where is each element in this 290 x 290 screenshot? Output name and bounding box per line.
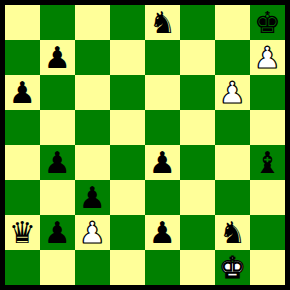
square-a5[interactable] xyxy=(5,110,40,145)
square-c4[interactable] xyxy=(75,145,110,180)
square-a4[interactable] xyxy=(5,145,40,180)
square-h3[interactable] xyxy=(250,180,285,215)
square-b4[interactable]: ♟ xyxy=(40,145,75,180)
square-b3[interactable] xyxy=(40,180,75,215)
chess-board: ♞♚♟♟♟♟♟♟♝♟♛♟♟♟♞♚ xyxy=(5,5,285,285)
black-pawn-piece: ♟ xyxy=(44,215,71,250)
square-e1[interactable] xyxy=(145,250,180,285)
square-g4[interactable] xyxy=(215,145,250,180)
square-g2[interactable]: ♞ xyxy=(215,215,250,250)
square-e6[interactable] xyxy=(145,75,180,110)
black-knight-piece: ♞ xyxy=(219,215,246,250)
black-bishop-piece: ♝ xyxy=(254,145,281,180)
square-e3[interactable] xyxy=(145,180,180,215)
square-h6[interactable] xyxy=(250,75,285,110)
square-a3[interactable] xyxy=(5,180,40,215)
square-e5[interactable] xyxy=(145,110,180,145)
square-f8[interactable] xyxy=(180,5,215,40)
square-c1[interactable] xyxy=(75,250,110,285)
square-d3[interactable] xyxy=(110,180,145,215)
white-pawn-piece: ♟ xyxy=(79,215,106,250)
square-e4[interactable]: ♟ xyxy=(145,145,180,180)
square-g3[interactable] xyxy=(215,180,250,215)
square-c3[interactable]: ♟ xyxy=(75,180,110,215)
black-pawn-piece: ♟ xyxy=(149,215,176,250)
square-a6[interactable]: ♟ xyxy=(5,75,40,110)
square-a1[interactable] xyxy=(5,250,40,285)
square-a8[interactable] xyxy=(5,5,40,40)
square-f1[interactable] xyxy=(180,250,215,285)
square-b2[interactable]: ♟ xyxy=(40,215,75,250)
square-c6[interactable] xyxy=(75,75,110,110)
square-a7[interactable] xyxy=(5,40,40,75)
square-c2[interactable]: ♟ xyxy=(75,215,110,250)
square-b6[interactable] xyxy=(40,75,75,110)
square-d6[interactable] xyxy=(110,75,145,110)
square-h8[interactable]: ♚ xyxy=(250,5,285,40)
square-e8[interactable]: ♞ xyxy=(145,5,180,40)
square-d7[interactable] xyxy=(110,40,145,75)
square-d1[interactable] xyxy=(110,250,145,285)
square-d5[interactable] xyxy=(110,110,145,145)
square-d2[interactable] xyxy=(110,215,145,250)
square-f7[interactable] xyxy=(180,40,215,75)
square-f2[interactable] xyxy=(180,215,215,250)
square-f3[interactable] xyxy=(180,180,215,215)
black-king-piece: ♚ xyxy=(254,5,281,40)
black-pawn-piece: ♟ xyxy=(149,145,176,180)
black-pawn-piece: ♟ xyxy=(44,145,71,180)
square-h4[interactable]: ♝ xyxy=(250,145,285,180)
square-c5[interactable] xyxy=(75,110,110,145)
square-e2[interactable]: ♟ xyxy=(145,215,180,250)
square-g5[interactable] xyxy=(215,110,250,145)
black-pawn-piece: ♟ xyxy=(44,40,71,75)
square-f4[interactable] xyxy=(180,145,215,180)
square-c8[interactable] xyxy=(75,5,110,40)
white-pawn-piece: ♟ xyxy=(219,75,246,110)
square-h5[interactable] xyxy=(250,110,285,145)
square-g7[interactable] xyxy=(215,40,250,75)
square-g6[interactable]: ♟ xyxy=(215,75,250,110)
square-c7[interactable] xyxy=(75,40,110,75)
white-king-piece: ♚ xyxy=(219,250,246,285)
black-queen-piece: ♛ xyxy=(9,215,36,250)
black-knight-piece: ♞ xyxy=(149,5,176,40)
square-g1[interactable]: ♚ xyxy=(215,250,250,285)
black-pawn-piece: ♟ xyxy=(9,75,36,110)
square-e7[interactable] xyxy=(145,40,180,75)
square-b1[interactable] xyxy=(40,250,75,285)
square-d8[interactable] xyxy=(110,5,145,40)
square-h1[interactable] xyxy=(250,250,285,285)
chess-board-frame: ♞♚♟♟♟♟♟♟♝♟♛♟♟♟♞♚ xyxy=(0,0,290,290)
square-b7[interactable]: ♟ xyxy=(40,40,75,75)
square-d4[interactable] xyxy=(110,145,145,180)
square-g8[interactable] xyxy=(215,5,250,40)
square-f5[interactable] xyxy=(180,110,215,145)
square-b8[interactable] xyxy=(40,5,75,40)
square-b5[interactable] xyxy=(40,110,75,145)
square-h2[interactable] xyxy=(250,215,285,250)
square-a2[interactable]: ♛ xyxy=(5,215,40,250)
square-h7[interactable]: ♟ xyxy=(250,40,285,75)
square-f6[interactable] xyxy=(180,75,215,110)
black-pawn-piece: ♟ xyxy=(79,180,106,215)
white-pawn-piece: ♟ xyxy=(254,40,281,75)
